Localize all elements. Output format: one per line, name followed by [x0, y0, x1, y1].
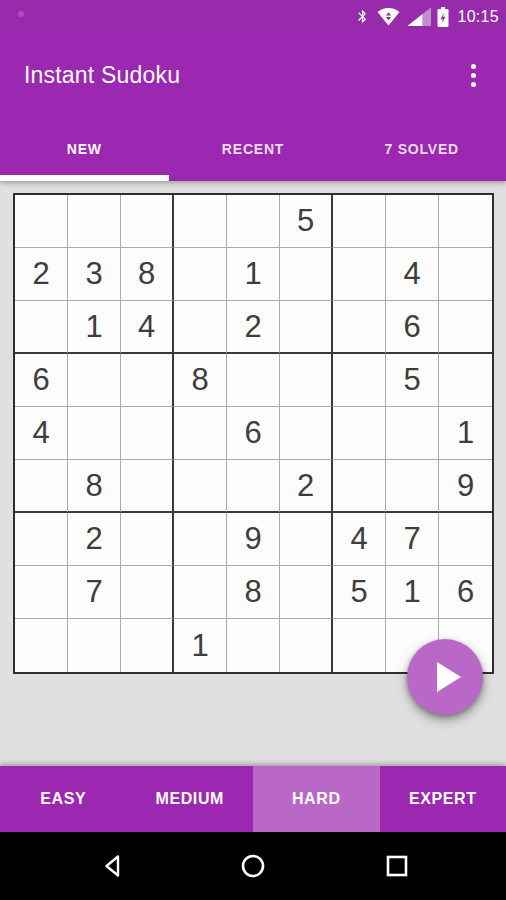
- notification-dot: [18, 11, 24, 17]
- sudoku-cell-r7c5[interactable]: 9: [227, 513, 280, 566]
- app-title: Instant Sudoku: [24, 62, 180, 89]
- sudoku-cell-r9c1[interactable]: [15, 619, 68, 672]
- sudoku-cell-r8c7[interactable]: 5: [333, 566, 386, 619]
- sudoku-cell-r6c8[interactable]: [386, 460, 439, 513]
- sudoku-cell-r5c7[interactable]: [333, 407, 386, 460]
- sudoku-cell-r5c9[interactable]: 1: [439, 407, 492, 460]
- sudoku-cell-r4c4[interactable]: 8: [174, 354, 227, 407]
- sudoku-cell-r1c7[interactable]: [333, 195, 386, 248]
- sudoku-cell-r9c7[interactable]: [333, 619, 386, 672]
- sudoku-cell-r5c4[interactable]: [174, 407, 227, 460]
- sudoku-cell-r7c6[interactable]: [280, 513, 333, 566]
- back-icon[interactable]: [100, 853, 126, 879]
- sudoku-cell-r5c2[interactable]: [68, 407, 121, 460]
- sudoku-cell-r7c4[interactable]: [174, 513, 227, 566]
- tab-new[interactable]: NEW: [0, 117, 169, 181]
- recents-icon[interactable]: [384, 853, 410, 879]
- sudoku-cell-r7c3[interactable]: [121, 513, 174, 566]
- sudoku-cell-r6c3[interactable]: [121, 460, 174, 513]
- sudoku-cell-r5c1[interactable]: 4: [15, 407, 68, 460]
- sudoku-cell-r7c8[interactable]: 7: [386, 513, 439, 566]
- tab-solved[interactable]: 7 SOLVED: [337, 117, 506, 181]
- sudoku-cell-r2c9[interactable]: [439, 248, 492, 301]
- sudoku-cell-r3c9[interactable]: [439, 301, 492, 354]
- sudoku-cell-r9c2[interactable]: [68, 619, 121, 672]
- clock: 10:15: [457, 8, 499, 26]
- sudoku-cell-r4c8[interactable]: 5: [386, 354, 439, 407]
- difficulty-medium-button[interactable]: MEDIUM: [127, 766, 254, 832]
- sudoku-grid: 52381414266854618292947785161: [13, 193, 494, 674]
- app-bar: Instant Sudoku: [0, 33, 506, 117]
- sudoku-cell-r9c3[interactable]: [121, 619, 174, 672]
- sudoku-cell-r3c5[interactable]: 2: [227, 301, 280, 354]
- sudoku-cell-r4c5[interactable]: [227, 354, 280, 407]
- sudoku-cell-r8c2[interactable]: 7: [68, 566, 121, 619]
- wifi-icon: [376, 7, 401, 26]
- sudoku-cell-r6c1[interactable]: [15, 460, 68, 513]
- sudoku-cell-r8c4[interactable]: [174, 566, 227, 619]
- sudoku-cell-r1c6[interactable]: 5: [280, 195, 333, 248]
- sudoku-cell-r8c1[interactable]: [15, 566, 68, 619]
- sudoku-cell-r4c9[interactable]: [439, 354, 492, 407]
- sudoku-cell-r3c2[interactable]: 1: [68, 301, 121, 354]
- difficulty-bar: EASY MEDIUM HARD EXPERT: [0, 766, 506, 832]
- bluetooth-icon: [355, 7, 370, 26]
- sudoku-cell-r4c7[interactable]: [333, 354, 386, 407]
- sudoku-cell-r2c8[interactable]: 4: [386, 248, 439, 301]
- play-icon: [437, 662, 461, 692]
- sudoku-cell-r4c6[interactable]: [280, 354, 333, 407]
- sudoku-cell-r8c9[interactable]: 6: [439, 566, 492, 619]
- sudoku-cell-r6c4[interactable]: [174, 460, 227, 513]
- sudoku-cell-r1c5[interactable]: [227, 195, 280, 248]
- sudoku-cell-r8c5[interactable]: 8: [227, 566, 280, 619]
- sudoku-cell-r2c6[interactable]: [280, 248, 333, 301]
- sudoku-cell-r6c6[interactable]: 2: [280, 460, 333, 513]
- battery-charging-icon: [437, 7, 449, 27]
- sudoku-cell-r6c2[interactable]: 8: [68, 460, 121, 513]
- difficulty-hard-button[interactable]: HARD: [253, 766, 380, 832]
- sudoku-cell-r2c4[interactable]: [174, 248, 227, 301]
- sudoku-cell-r3c1[interactable]: [15, 301, 68, 354]
- sudoku-cell-r1c4[interactable]: [174, 195, 227, 248]
- sudoku-cell-r3c6[interactable]: [280, 301, 333, 354]
- sudoku-cell-r7c1[interactable]: [15, 513, 68, 566]
- sudoku-cell-r5c8[interactable]: [386, 407, 439, 460]
- sudoku-cell-r4c2[interactable]: [68, 354, 121, 407]
- active-tab-indicator: [0, 175, 169, 181]
- sudoku-cell-r1c9[interactable]: [439, 195, 492, 248]
- sudoku-cell-r7c7[interactable]: 4: [333, 513, 386, 566]
- sudoku-cell-r3c7[interactable]: [333, 301, 386, 354]
- sudoku-cell-r2c7[interactable]: [333, 248, 386, 301]
- sudoku-cell-r3c4[interactable]: [174, 301, 227, 354]
- sudoku-cell-r4c3[interactable]: [121, 354, 174, 407]
- difficulty-expert-button[interactable]: EXPERT: [380, 766, 506, 832]
- sudoku-cell-r7c2[interactable]: 2: [68, 513, 121, 566]
- sudoku-cell-r5c5[interactable]: 6: [227, 407, 280, 460]
- sudoku-cell-r6c7[interactable]: [333, 460, 386, 513]
- tab-bar: NEW RECENT 7 SOLVED: [0, 117, 506, 181]
- signal-icon: [407, 7, 431, 26]
- sudoku-cell-r1c1[interactable]: [15, 195, 68, 248]
- sudoku-cell-r3c8[interactable]: 6: [386, 301, 439, 354]
- sudoku-cell-r8c6[interactable]: [280, 566, 333, 619]
- tab-recent[interactable]: RECENT: [169, 117, 338, 181]
- sudoku-cell-r3c3[interactable]: 4: [121, 301, 174, 354]
- sudoku-cell-r2c5[interactable]: 1: [227, 248, 280, 301]
- sudoku-cell-r2c1[interactable]: 2: [15, 248, 68, 301]
- sudoku-cell-r5c6[interactable]: [280, 407, 333, 460]
- sudoku-cell-r9c5[interactable]: [227, 619, 280, 672]
- sudoku-cell-r8c8[interactable]: 1: [386, 566, 439, 619]
- sudoku-cell-r1c3[interactable]: [121, 195, 174, 248]
- sudoku-cell-r5c3[interactable]: [121, 407, 174, 460]
- sudoku-cell-r4c1[interactable]: 6: [15, 354, 68, 407]
- sudoku-cell-r9c4[interactable]: 1: [174, 619, 227, 672]
- sudoku-cell-r1c2[interactable]: [68, 195, 121, 248]
- sudoku-cell-r2c3[interactable]: 8: [121, 248, 174, 301]
- sudoku-cell-r7c9[interactable]: [439, 513, 492, 566]
- difficulty-easy-button[interactable]: EASY: [0, 766, 127, 832]
- sudoku-cell-r6c5[interactable]: [227, 460, 280, 513]
- sudoku-cell-r8c3[interactable]: [121, 566, 174, 619]
- sudoku-cell-r1c8[interactable]: [386, 195, 439, 248]
- app-screen: 10:15 Instant Sudoku NEW RECENT 7 SOLVED…: [0, 0, 506, 900]
- header: 10:15 Instant Sudoku NEW RECENT 7 SOLVED: [0, 0, 506, 181]
- status-bar: 10:15: [0, 0, 506, 33]
- sudoku-cell-r9c6[interactable]: [280, 619, 333, 672]
- overflow-menu-button[interactable]: [453, 53, 493, 97]
- sudoku-cell-r2c2[interactable]: 3: [68, 248, 121, 301]
- home-icon[interactable]: [240, 853, 266, 879]
- play-fab-button[interactable]: [407, 639, 483, 715]
- sudoku-cell-r6c9[interactable]: 9: [439, 460, 492, 513]
- overflow-menu-icon: [471, 64, 476, 69]
